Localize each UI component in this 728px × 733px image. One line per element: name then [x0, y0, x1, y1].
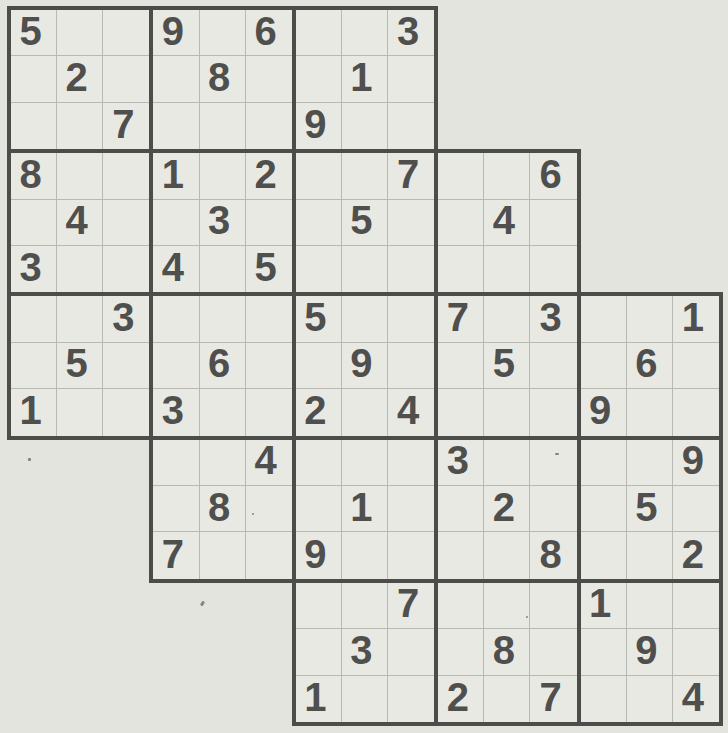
cell-r8c11[interactable]: 5 — [484, 343, 530, 389]
cell-r4c12[interactable]: 6 — [530, 153, 576, 199]
cell-r8c2[interactable]: 5 — [57, 343, 103, 389]
cell-r6c8[interactable] — [342, 246, 388, 292]
cell-r6c11[interactable] — [484, 246, 530, 292]
given-digit: 2 — [682, 534, 704, 574]
cell-r4c3[interactable] — [103, 153, 149, 199]
given-digit: 9 — [304, 534, 326, 574]
box-r4c2: 487 — [149, 436, 295, 583]
given-digit: 4 — [255, 440, 277, 480]
given-digit: 3 — [208, 200, 230, 240]
given-digit: 3 — [350, 630, 372, 670]
cell-r11c11[interactable]: 2 — [484, 486, 530, 532]
cell-r12c12[interactable]: 8 — [530, 532, 576, 578]
cell-r8c4[interactable] — [153, 343, 199, 389]
cell-r15c11[interactable] — [484, 676, 530, 722]
cell-r13c14[interactable] — [627, 583, 673, 629]
cell-r10c9[interactable] — [388, 440, 434, 486]
cell-r9c12[interactable] — [530, 389, 576, 435]
box-r3c5: 169 — [577, 292, 723, 439]
scan-speck — [28, 458, 31, 461]
cell-r10c5[interactable] — [200, 440, 246, 486]
cell-r2c8[interactable]: 1 — [342, 56, 388, 102]
cell-r14c11[interactable]: 8 — [484, 629, 530, 675]
cell-r11c15[interactable] — [673, 486, 719, 532]
cell-r4c7[interactable] — [296, 153, 342, 199]
cell-r6c10[interactable] — [438, 246, 484, 292]
cell-r9c10[interactable] — [438, 389, 484, 435]
given-digit: 2 — [66, 57, 88, 97]
cell-r7c13[interactable] — [581, 296, 627, 342]
cell-r5c7[interactable] — [296, 200, 342, 246]
cell-r8c5[interactable]: 6 — [200, 343, 246, 389]
given-digit: 6 — [539, 154, 561, 194]
cell-r7c10[interactable]: 7 — [438, 296, 484, 342]
cell-r13c15[interactable] — [673, 583, 719, 629]
cell-r1c8[interactable] — [342, 10, 388, 56]
box-r3c4: 735 — [434, 292, 580, 439]
cell-r3c8[interactable] — [342, 103, 388, 149]
box-r2c1: 843 — [7, 149, 153, 296]
cell-r3c1[interactable] — [11, 103, 57, 149]
given-digit: 4 — [682, 677, 704, 717]
cell-r12c4[interactable]: 7 — [153, 532, 199, 578]
cell-r10c10[interactable]: 3 — [438, 440, 484, 486]
cell-r5c12[interactable] — [530, 200, 576, 246]
cell-r3c4[interactable] — [153, 103, 199, 149]
given-digit: 9 — [304, 104, 326, 144]
given-digit: 3 — [112, 297, 134, 337]
cell-r13c8[interactable] — [342, 583, 388, 629]
cell-r9c9[interactable]: 4 — [388, 389, 434, 435]
cell-r8c8[interactable]: 9 — [342, 343, 388, 389]
cell-r7c5[interactable] — [200, 296, 246, 342]
cell-r4c10[interactable] — [438, 153, 484, 199]
cell-r7c8[interactable] — [342, 296, 388, 342]
given-digit: 6 — [208, 343, 230, 383]
cell-r15c14[interactable] — [627, 676, 673, 722]
given-digit: 7 — [162, 534, 184, 574]
cell-r5c2[interactable]: 4 — [57, 200, 103, 246]
cell-r14c14[interactable]: 9 — [627, 629, 673, 675]
cell-r7c1[interactable] — [11, 296, 57, 342]
cell-r9c11[interactable] — [484, 389, 530, 435]
box-r1c3: 319 — [292, 6, 438, 153]
given-digit: 3 — [397, 11, 419, 51]
cell-r4c4[interactable]: 1 — [153, 153, 199, 199]
cell-r13c11[interactable] — [484, 583, 530, 629]
cell-r4c1[interactable]: 8 — [11, 153, 57, 199]
given-digit: 4 — [66, 200, 88, 240]
given-digit: 7 — [112, 104, 134, 144]
cell-r5c1[interactable] — [11, 200, 57, 246]
cell-r11c4[interactable] — [153, 486, 199, 532]
cell-r4c9[interactable]: 7 — [388, 153, 434, 199]
cell-r6c5[interactable] — [200, 246, 246, 292]
box-r1c1: 527 — [7, 6, 153, 153]
given-digit: 7 — [447, 297, 469, 337]
cell-r12c10[interactable] — [438, 532, 484, 578]
cell-r4c6[interactable]: 2 — [246, 153, 292, 199]
cell-r15c9[interactable] — [388, 676, 434, 722]
cell-r5c6[interactable] — [246, 200, 292, 246]
cell-r12c5[interactable] — [200, 532, 246, 578]
given-digit: 3 — [539, 297, 561, 337]
cell-r13c12[interactable] — [530, 583, 576, 629]
given-digit: 1 — [304, 677, 326, 717]
cell-r3c6[interactable] — [246, 103, 292, 149]
given-digit: 4 — [493, 200, 515, 240]
cell-r9c3[interactable] — [103, 389, 149, 435]
box-r4c4: 328 — [434, 436, 580, 583]
cell-r1c1[interactable]: 5 — [11, 10, 57, 56]
cell-r7c7[interactable]: 5 — [296, 296, 342, 342]
cell-r2c9[interactable] — [388, 56, 434, 102]
cell-r6c7[interactable] — [296, 246, 342, 292]
cell-r14c7[interactable] — [296, 629, 342, 675]
cell-r2c7[interactable] — [296, 56, 342, 102]
cell-r11c6[interactable] — [246, 486, 292, 532]
cell-r9c7[interactable]: 2 — [296, 389, 342, 435]
cell-r15c8[interactable] — [342, 676, 388, 722]
cell-r6c9[interactable] — [388, 246, 434, 292]
cell-r4c11[interactable] — [484, 153, 530, 199]
cell-r3c7[interactable]: 9 — [296, 103, 342, 149]
box-r1c2: 968 — [149, 6, 295, 153]
cell-r13c13[interactable]: 1 — [581, 583, 627, 629]
cell-r6c4[interactable]: 4 — [153, 246, 199, 292]
cell-r11c5[interactable]: 8 — [200, 486, 246, 532]
cell-r1c3[interactable] — [103, 10, 149, 56]
cell-r5c5[interactable]: 3 — [200, 200, 246, 246]
cell-r15c7[interactable]: 1 — [296, 676, 342, 722]
given-digit: 9 — [162, 11, 184, 51]
cell-r2c3[interactable] — [103, 56, 149, 102]
cell-r9c5[interactable] — [200, 389, 246, 435]
box-r5c3: 731 — [292, 579, 438, 726]
cell-r3c5[interactable] — [200, 103, 246, 149]
given-digit: 3 — [162, 390, 184, 430]
cell-r2c6[interactable] — [246, 56, 292, 102]
cell-r10c7[interactable] — [296, 440, 342, 486]
box-r5c5: 194 — [577, 579, 723, 726]
given-digit: 5 — [255, 247, 277, 287]
given-digit: 1 — [682, 297, 704, 337]
given-digit: 5 — [66, 343, 88, 383]
cell-r7c12[interactable]: 3 — [530, 296, 576, 342]
cell-r11c12[interactable] — [530, 486, 576, 532]
given-digit: 4 — [162, 247, 184, 287]
given-digit: 9 — [682, 440, 704, 480]
cell-r4c2[interactable] — [57, 153, 103, 199]
cell-r15c10[interactable]: 2 — [438, 676, 484, 722]
cell-r12c6[interactable] — [246, 532, 292, 578]
box-r2c3: 75 — [292, 149, 438, 296]
box-r3c3: 5924 — [292, 292, 438, 439]
given-digit: 1 — [589, 583, 611, 623]
cell-r8c15[interactable] — [673, 343, 719, 389]
cell-r14c12[interactable] — [530, 629, 576, 675]
given-digit: 2 — [493, 487, 515, 527]
cell-r8c10[interactable] — [438, 343, 484, 389]
cell-r9c6[interactable] — [246, 389, 292, 435]
cell-r14c15[interactable] — [673, 629, 719, 675]
cell-r6c2[interactable] — [57, 246, 103, 292]
cell-r2c5[interactable]: 8 — [200, 56, 246, 102]
given-digit: 8 — [208, 487, 230, 527]
cell-r12c14[interactable] — [627, 532, 673, 578]
cell-r12c11[interactable] — [484, 532, 530, 578]
cell-r8c14[interactable]: 6 — [627, 343, 673, 389]
cell-r15c13[interactable] — [581, 676, 627, 722]
cell-r8c13[interactable] — [581, 343, 627, 389]
cell-r12c7[interactable]: 9 — [296, 532, 342, 578]
cell-r7c15[interactable]: 1 — [673, 296, 719, 342]
given-digit: 8 — [19, 154, 41, 194]
given-digit: 2 — [255, 154, 277, 194]
given-digit: 1 — [350, 57, 372, 97]
scan-speck — [555, 453, 559, 455]
cell-r13c10[interactable] — [438, 583, 484, 629]
given-digit: 7 — [397, 583, 419, 623]
cell-r3c2[interactable] — [57, 103, 103, 149]
cell-r5c8[interactable]: 5 — [342, 200, 388, 246]
cell-r2c2[interactable]: 2 — [57, 56, 103, 102]
cell-r5c3[interactable] — [103, 200, 149, 246]
cell-r8c6[interactable] — [246, 343, 292, 389]
given-digit: 8 — [493, 630, 515, 670]
cell-r1c5[interactable] — [200, 10, 246, 56]
given-digit: 1 — [19, 390, 41, 430]
cell-r5c10[interactable] — [438, 200, 484, 246]
given-digit: 5 — [19, 11, 41, 51]
cell-r10c14[interactable] — [627, 440, 673, 486]
given-digit: 4 — [397, 390, 419, 430]
given-digit: 5 — [493, 343, 515, 383]
cell-r5c4[interactable] — [153, 200, 199, 246]
cell-r12c8[interactable] — [342, 532, 388, 578]
cell-r6c3[interactable] — [103, 246, 149, 292]
given-digit: 5 — [304, 297, 326, 337]
cell-r10c15[interactable]: 9 — [673, 440, 719, 486]
given-digit: 8 — [539, 534, 561, 574]
given-digit: 3 — [447, 440, 469, 480]
cell-r6c1[interactable]: 3 — [11, 246, 57, 292]
cell-r8c1[interactable] — [11, 343, 57, 389]
cell-r13c7[interactable] — [296, 583, 342, 629]
given-digit: 8 — [208, 57, 230, 97]
given-digit: 1 — [162, 154, 184, 194]
cell-r10c6[interactable]: 4 — [246, 440, 292, 486]
cell-r1c4[interactable]: 9 — [153, 10, 199, 56]
given-digit: 6 — [255, 11, 277, 51]
cell-r11c9[interactable] — [388, 486, 434, 532]
cell-r11c10[interactable] — [438, 486, 484, 532]
cell-r10c13[interactable] — [581, 440, 627, 486]
box-r3c2: 63 — [149, 292, 295, 439]
cell-r2c4[interactable] — [153, 56, 199, 102]
cell-r2c1[interactable] — [11, 56, 57, 102]
cell-r9c15[interactable] — [673, 389, 719, 435]
cell-r7c11[interactable] — [484, 296, 530, 342]
box-r4c3: 19 — [292, 436, 438, 583]
cell-r9c8[interactable] — [342, 389, 388, 435]
cell-r9c14[interactable] — [627, 389, 673, 435]
cell-r11c13[interactable] — [581, 486, 627, 532]
cell-r15c12[interactable]: 7 — [530, 676, 576, 722]
cell-r9c2[interactable] — [57, 389, 103, 435]
cell-r5c9[interactable] — [388, 200, 434, 246]
given-digit: 6 — [635, 343, 657, 383]
cell-r10c4[interactable] — [153, 440, 199, 486]
given-digit: 9 — [589, 390, 611, 430]
cell-r14c8[interactable]: 3 — [342, 629, 388, 675]
cell-r9c13[interactable]: 9 — [581, 389, 627, 435]
cell-r15c15[interactable]: 4 — [673, 676, 719, 722]
cell-r1c6[interactable]: 6 — [246, 10, 292, 56]
given-digit: 5 — [635, 487, 657, 527]
cell-r9c4[interactable]: 3 — [153, 389, 199, 435]
cell-r12c15[interactable]: 2 — [673, 532, 719, 578]
cell-r8c3[interactable] — [103, 343, 149, 389]
given-digit: 1 — [350, 487, 372, 527]
cell-r6c12[interactable] — [530, 246, 576, 292]
cell-r7c9[interactable] — [388, 296, 434, 342]
given-digit: 2 — [447, 677, 469, 717]
given-digit: 5 — [350, 200, 372, 240]
given-digit: 3 — [19, 247, 41, 287]
cell-r14c9[interactable] — [388, 629, 434, 675]
cell-r1c7[interactable] — [296, 10, 342, 56]
cell-r8c9[interactable] — [388, 343, 434, 389]
cell-r1c9[interactable]: 3 — [388, 10, 434, 56]
box-r2c2: 12345 — [149, 149, 295, 296]
cell-r10c12[interactable] — [530, 440, 576, 486]
cell-r12c9[interactable] — [388, 532, 434, 578]
cell-r4c5[interactable] — [200, 153, 246, 199]
cell-r10c8[interactable] — [342, 440, 388, 486]
cell-r13c9[interactable]: 7 — [388, 583, 434, 629]
cell-r6c6[interactable]: 5 — [246, 246, 292, 292]
cell-r7c2[interactable] — [57, 296, 103, 342]
box-r2c4: 64 — [434, 149, 580, 296]
given-digit: 7 — [539, 677, 561, 717]
given-digit: 9 — [350, 343, 372, 383]
cell-r7c6[interactable] — [246, 296, 292, 342]
cell-r11c8[interactable]: 1 — [342, 486, 388, 532]
cell-r12c13[interactable] — [581, 532, 627, 578]
given-digit: 9 — [635, 630, 657, 670]
box-r3c1: 351 — [7, 292, 153, 439]
scanned-puzzle-page: 5279683198431234575643516359247351694871… — [0, 0, 728, 733]
scan-speck — [526, 616, 528, 618]
gattai3-sudoku-board: 5279683198431234575643516359247351694871… — [0, 0, 728, 733]
cell-r1c2[interactable] — [57, 10, 103, 56]
cell-r4c8[interactable] — [342, 153, 388, 199]
cell-r9c1[interactable]: 1 — [11, 389, 57, 435]
cell-r7c3[interactable]: 3 — [103, 296, 149, 342]
cell-r5c11[interactable]: 4 — [484, 200, 530, 246]
cell-r3c9[interactable] — [388, 103, 434, 149]
cell-r3c3[interactable]: 7 — [103, 103, 149, 149]
cell-r14c10[interactable] — [438, 629, 484, 675]
given-digit: 2 — [304, 390, 326, 430]
cell-r8c12[interactable] — [530, 343, 576, 389]
cell-r11c14[interactable]: 5 — [627, 486, 673, 532]
box-r5c4: 827 — [434, 579, 580, 726]
box-r4c5: 952 — [577, 436, 723, 583]
cell-r14c13[interactable] — [581, 629, 627, 675]
cell-r7c14[interactable] — [627, 296, 673, 342]
cell-r11c7[interactable] — [296, 486, 342, 532]
cell-r8c7[interactable] — [296, 343, 342, 389]
cell-r10c11[interactable] — [484, 440, 530, 486]
scan-speck — [252, 513, 254, 515]
cell-r7c4[interactable] — [153, 296, 199, 342]
given-digit: 7 — [397, 154, 419, 194]
